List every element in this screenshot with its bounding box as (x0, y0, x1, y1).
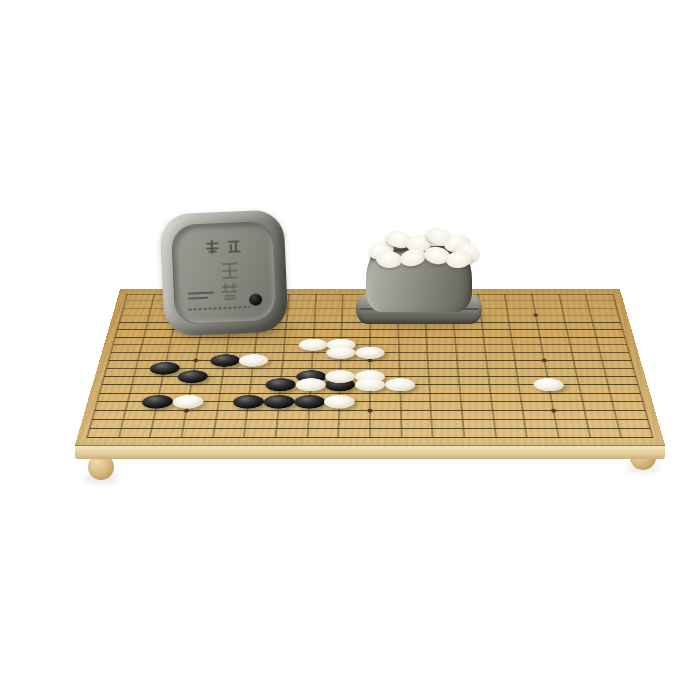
lid-fine-print (188, 292, 214, 303)
star-point (368, 359, 373, 362)
white-stone[interactable] (533, 378, 566, 391)
black-stone[interactable] (177, 370, 209, 383)
white-stone[interactable] (355, 347, 384, 359)
star-point (533, 314, 538, 317)
grid-line-vertical (307, 294, 317, 438)
grid-line-horizontal (92, 419, 648, 420)
white-stone[interactable] (324, 395, 355, 409)
fine-print-line (188, 297, 208, 300)
closed-stone-bowl[interactable] (159, 209, 288, 336)
fine-print-line (188, 292, 214, 295)
lid-top-characters-icon (173, 237, 274, 256)
white-stone[interactable] (298, 339, 328, 351)
black-stone[interactable] (265, 378, 296, 391)
fine-print-line (189, 306, 251, 311)
grid-line-vertical (338, 294, 343, 438)
black-stone[interactable] (263, 395, 295, 409)
star-point (193, 359, 198, 362)
white-stone[interactable] (325, 370, 355, 383)
black-dot-sticker (249, 294, 263, 307)
grid-line-vertical (118, 294, 155, 438)
white-stone[interactable] (355, 378, 385, 391)
grid-line-vertical (504, 294, 527, 438)
grid-line-horizontal (106, 368, 633, 369)
white-stone[interactable] (238, 354, 269, 366)
star-point (542, 359, 547, 362)
black-stone[interactable] (293, 395, 324, 409)
product-photo-stage (0, 0, 700, 700)
white-stone[interactable] (295, 378, 326, 391)
black-stone[interactable] (141, 395, 175, 409)
heap-white-stone (375, 250, 402, 269)
grid-line-vertical (612, 294, 653, 438)
black-stone[interactable] (149, 362, 181, 375)
black-stone[interactable] (209, 354, 240, 366)
lid-middle-characters-icon (211, 259, 241, 302)
white-stone-heap (368, 226, 472, 270)
grid-line-horizontal (87, 437, 653, 438)
white-stone[interactable] (326, 347, 355, 359)
grid-line-vertical (558, 294, 590, 438)
grid-line-horizontal (99, 393, 640, 394)
board-front-edge (75, 445, 665, 459)
star-point (184, 409, 190, 413)
white-stone[interactable] (385, 378, 416, 391)
star-point (551, 409, 557, 413)
grid-line-vertical (585, 294, 622, 438)
grid-line-vertical (87, 294, 128, 438)
grid-line-horizontal (90, 428, 651, 429)
closed-bowl-lid-panel (171, 221, 277, 325)
black-stone[interactable] (232, 395, 264, 409)
scene (0, 0, 700, 700)
star-point (368, 409, 373, 413)
white-stone[interactable] (171, 395, 204, 409)
